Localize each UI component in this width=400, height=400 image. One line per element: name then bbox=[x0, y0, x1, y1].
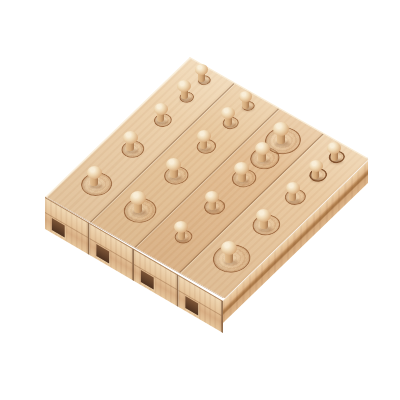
knob-ball bbox=[195, 64, 208, 75]
knob-ball bbox=[87, 166, 102, 179]
knob-ball bbox=[123, 131, 138, 144]
cylinder-knob[interactable] bbox=[239, 91, 252, 109]
cylinder-knob[interactable] bbox=[273, 122, 289, 144]
cylinder-knob[interactable] bbox=[256, 209, 271, 229]
cylinder-knob[interactable] bbox=[221, 241, 237, 263]
cylinder-knob[interactable] bbox=[221, 107, 235, 126]
cylinder-knob[interactable] bbox=[197, 130, 211, 149]
knob-ball bbox=[221, 241, 237, 255]
cylinder-knob[interactable] bbox=[195, 64, 208, 82]
cylinder-knob[interactable] bbox=[309, 160, 323, 179]
knob-ball bbox=[221, 107, 235, 119]
knob-ball bbox=[174, 221, 188, 233]
knob-ball bbox=[286, 182, 300, 194]
product-photo-cylinder-blocks bbox=[0, 0, 400, 400]
cylinder-knob[interactable] bbox=[234, 162, 249, 182]
knob-ball bbox=[327, 142, 341, 154]
cylinder-knob[interactable] bbox=[123, 131, 138, 151]
knob-ball bbox=[234, 162, 249, 175]
cylinder-knob[interactable] bbox=[154, 103, 168, 122]
cylinder-knob[interactable] bbox=[174, 221, 188, 240]
knob-ball bbox=[197, 130, 211, 142]
knob-ball bbox=[154, 103, 168, 115]
cylinder-knob[interactable] bbox=[166, 158, 181, 178]
cylinder-knob[interactable] bbox=[255, 142, 270, 162]
knob-ball bbox=[255, 142, 270, 155]
knob-ball bbox=[256, 209, 271, 222]
cylinder-knob[interactable] bbox=[205, 191, 219, 210]
knob-ball bbox=[309, 160, 323, 172]
knob-ball bbox=[130, 191, 146, 205]
cylinder-knob[interactable] bbox=[286, 182, 300, 201]
knob-ball bbox=[177, 80, 191, 92]
knob-ball bbox=[239, 91, 252, 102]
cylinder-knob[interactable] bbox=[177, 80, 191, 99]
knob-ball bbox=[166, 158, 181, 171]
knob-ball bbox=[205, 191, 219, 203]
cylinder-knob[interactable] bbox=[130, 191, 146, 213]
cylinder-knob[interactable] bbox=[87, 166, 102, 186]
knob-ball bbox=[273, 122, 289, 136]
cylinder-knob[interactable] bbox=[327, 142, 341, 161]
